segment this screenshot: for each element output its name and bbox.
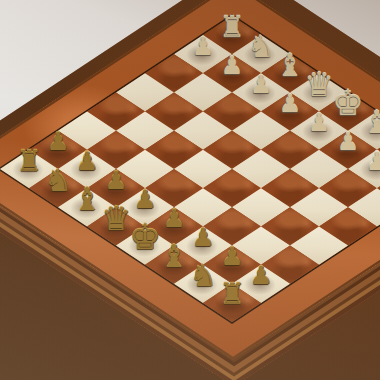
piece-black-pawn-g7[interactable]: ♟ <box>356 140 380 181</box>
piece-white-rook-h1[interactable]: ♜ <box>211 274 252 315</box>
chess-table-photo: ♜♞♝♛♚♝♞♜♟♟♟♟♟♟♟♟♟♟♟♟♟♟♟♟♜♞♝♛♚♝♞♜ <box>0 0 380 380</box>
